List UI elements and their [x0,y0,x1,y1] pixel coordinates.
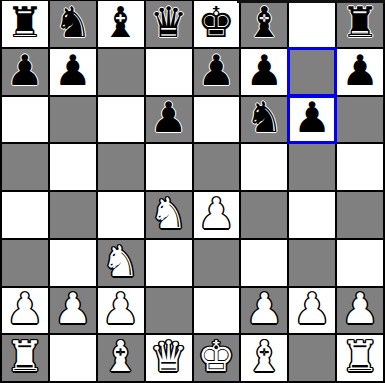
black-pawn-piece: ♟ [293,97,331,139]
square-c2[interactable]: ♟ [98,288,144,334]
square-d3[interactable] [146,240,192,286]
chess-app-window: ♜♞♝♛♚♝♜♟♟♟♟♟♟♞♟♞♟♞♟♟♟♟♟♟♜♝♛♚♝♜ [0,0,385,383]
square-c1[interactable]: ♝ [98,335,144,381]
white-pawn-piece: ♟ [341,288,379,330]
square-d5[interactable] [146,144,192,190]
square-g7[interactable] [289,49,335,95]
square-e2[interactable] [194,288,240,334]
white-pawn-piece: ♟ [6,288,44,330]
square-b3[interactable] [50,240,96,286]
white-knight-piece: ♞ [102,241,140,283]
black-rook-piece: ♜ [6,2,44,44]
square-a3[interactable] [2,240,48,286]
square-b2[interactable]: ♟ [50,288,96,334]
square-a2[interactable]: ♟ [2,288,48,334]
square-a8[interactable]: ♜ [2,1,48,47]
square-h5[interactable] [337,144,383,190]
white-rook-piece: ♜ [6,336,44,378]
square-g6[interactable]: ♟ [289,97,335,143]
square-h7[interactable]: ♟ [337,49,383,95]
black-knight-piece: ♞ [245,97,283,139]
white-pawn-piece: ♟ [245,288,283,330]
white-rook-piece: ♜ [341,336,379,378]
square-h6[interactable] [337,97,383,143]
square-h1[interactable]: ♜ [337,335,383,381]
white-queen-piece: ♛ [150,336,188,378]
square-c4[interactable] [98,192,144,238]
square-d8[interactable]: ♛ [146,1,192,47]
square-b1[interactable] [50,335,96,381]
square-a7[interactable]: ♟ [2,49,48,95]
black-pawn-piece: ♟ [245,50,283,92]
black-queen-piece: ♛ [150,2,188,44]
square-f8[interactable]: ♝ [241,1,287,47]
square-h8[interactable]: ♜ [337,1,383,47]
chess-board: ♜♞♝♛♚♝♜♟♟♟♟♟♟♞♟♞♟♞♟♟♟♟♟♟♜♝♛♚♝♜ [0,0,385,383]
square-d1[interactable]: ♛ [146,335,192,381]
square-h4[interactable] [337,192,383,238]
square-a6[interactable] [2,97,48,143]
square-e6[interactable] [194,97,240,143]
square-e4[interactable]: ♟ [194,192,240,238]
square-d6[interactable]: ♟ [146,97,192,143]
white-king-piece: ♚ [198,336,236,378]
square-g1[interactable] [289,335,335,381]
square-g3[interactable] [289,240,335,286]
square-d7[interactable] [146,49,192,95]
black-rook-piece: ♜ [341,2,379,44]
black-bishop-piece: ♝ [245,2,283,44]
square-f5[interactable] [241,144,287,190]
white-bishop-piece: ♝ [102,336,140,378]
square-c8[interactable]: ♝ [98,1,144,47]
square-b4[interactable] [50,192,96,238]
white-pawn-piece: ♟ [293,288,331,330]
black-pawn-piece: ♟ [341,50,379,92]
white-bishop-piece: ♝ [245,336,283,378]
square-g4[interactable] [289,192,335,238]
screen-edge-artifact [237,0,385,3]
black-bishop-piece: ♝ [102,2,140,44]
square-h3[interactable] [337,240,383,286]
black-king-piece: ♚ [198,2,236,44]
white-knight-piece: ♞ [150,193,188,235]
square-g5[interactable] [289,144,335,190]
square-f6[interactable]: ♞ [241,97,287,143]
square-a5[interactable] [2,144,48,190]
square-e3[interactable] [194,240,240,286]
square-c6[interactable] [98,97,144,143]
black-pawn-piece: ♟ [150,97,188,139]
square-e8[interactable]: ♚ [194,1,240,47]
square-e1[interactable]: ♚ [194,335,240,381]
square-f2[interactable]: ♟ [241,288,287,334]
square-f1[interactable]: ♝ [241,335,287,381]
square-d4[interactable]: ♞ [146,192,192,238]
square-b8[interactable]: ♞ [50,1,96,47]
square-c3[interactable]: ♞ [98,240,144,286]
square-e7[interactable]: ♟ [194,49,240,95]
square-g8[interactable] [289,1,335,47]
square-b7[interactable]: ♟ [50,49,96,95]
square-g2[interactable]: ♟ [289,288,335,334]
square-h2[interactable]: ♟ [337,288,383,334]
square-f4[interactable] [241,192,287,238]
square-f7[interactable]: ♟ [241,49,287,95]
white-pawn-piece: ♟ [54,288,92,330]
white-pawn-piece: ♟ [102,288,140,330]
square-a1[interactable]: ♜ [2,335,48,381]
square-d2[interactable] [146,288,192,334]
white-pawn-piece: ♟ [198,193,236,235]
square-c7[interactable] [98,49,144,95]
square-b5[interactable] [50,144,96,190]
black-pawn-piece: ♟ [198,50,236,92]
square-f3[interactable] [241,240,287,286]
square-b6[interactable] [50,97,96,143]
square-a4[interactable] [2,192,48,238]
square-e5[interactable] [194,144,240,190]
square-c5[interactable] [98,144,144,190]
black-pawn-piece: ♟ [54,50,92,92]
black-knight-piece: ♞ [54,2,92,44]
black-pawn-piece: ♟ [6,50,44,92]
